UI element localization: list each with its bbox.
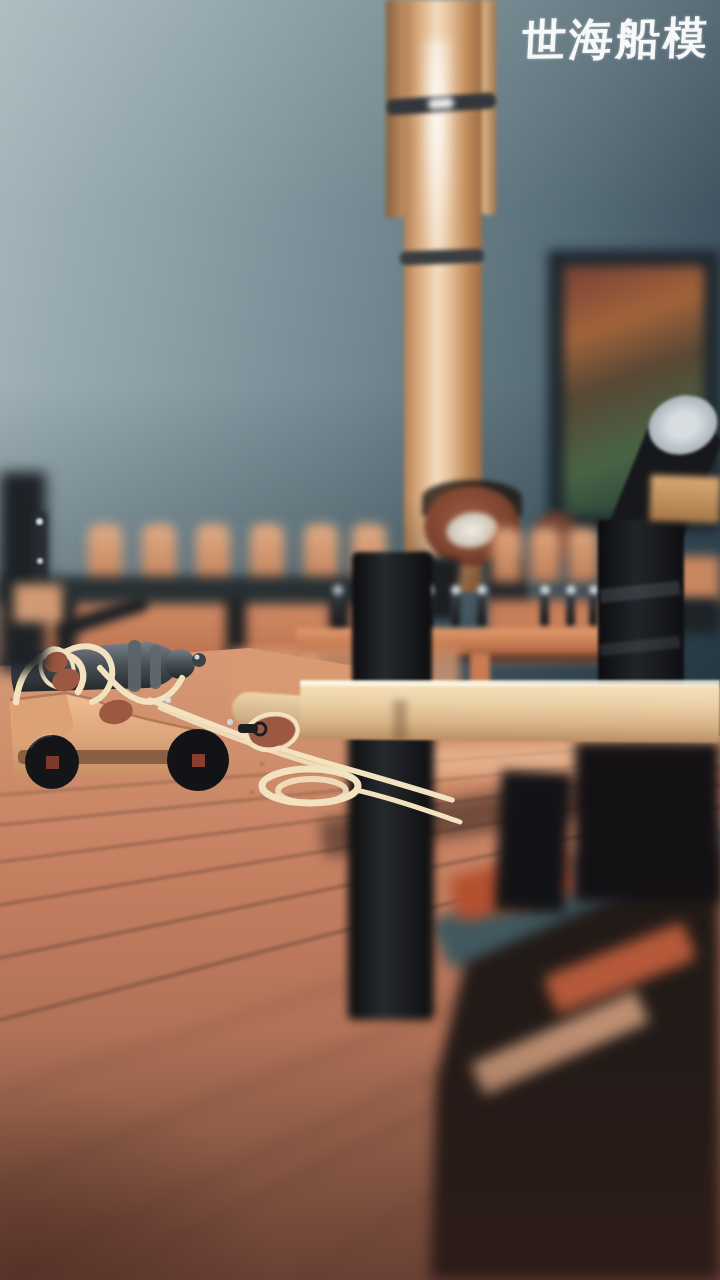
belaying-pin <box>333 591 342 626</box>
belaying-pin <box>589 591 598 626</box>
mast-band-lower <box>400 249 484 266</box>
rod-glint <box>36 518 43 525</box>
belaying-pin <box>451 591 460 626</box>
mast-specular-highlight <box>420 40 454 280</box>
shadow-mass-right <box>575 742 720 902</box>
ship-model-photo: 世海船模 <box>0 0 720 1280</box>
corner-vignette <box>0 1080 280 1280</box>
spar-notch-shadow <box>393 700 407 740</box>
timberhead <box>142 524 176 580</box>
spar-top-highlight <box>300 680 720 686</box>
timberhead <box>304 524 338 580</box>
bitt-body <box>598 520 684 702</box>
rod-glint <box>37 558 43 564</box>
stanchion-lower <box>348 700 434 1020</box>
belaying-pin <box>540 591 549 626</box>
timberhead <box>250 524 284 580</box>
belaying-pin-tip <box>540 585 550 595</box>
timberhead <box>492 528 522 582</box>
belaying-pin-tip <box>477 585 487 595</box>
timberhead <box>568 528 598 582</box>
timberhead <box>196 524 230 580</box>
timberhead <box>88 524 122 580</box>
watermark-text: 世海船模 <box>520 8 711 70</box>
belaying-pin-tip <box>451 585 461 595</box>
belaying-pin-tip <box>333 585 343 595</box>
stanchion-second <box>494 770 571 913</box>
mast-band-glint <box>428 97 455 110</box>
belaying-pin-tip <box>566 585 576 595</box>
timberhead <box>530 528 560 582</box>
spar-right-stub <box>649 475 720 523</box>
blurred-wood-left <box>14 584 62 622</box>
spar-body <box>300 681 720 743</box>
belaying-pin <box>477 591 486 626</box>
belaying-pin <box>566 591 575 626</box>
